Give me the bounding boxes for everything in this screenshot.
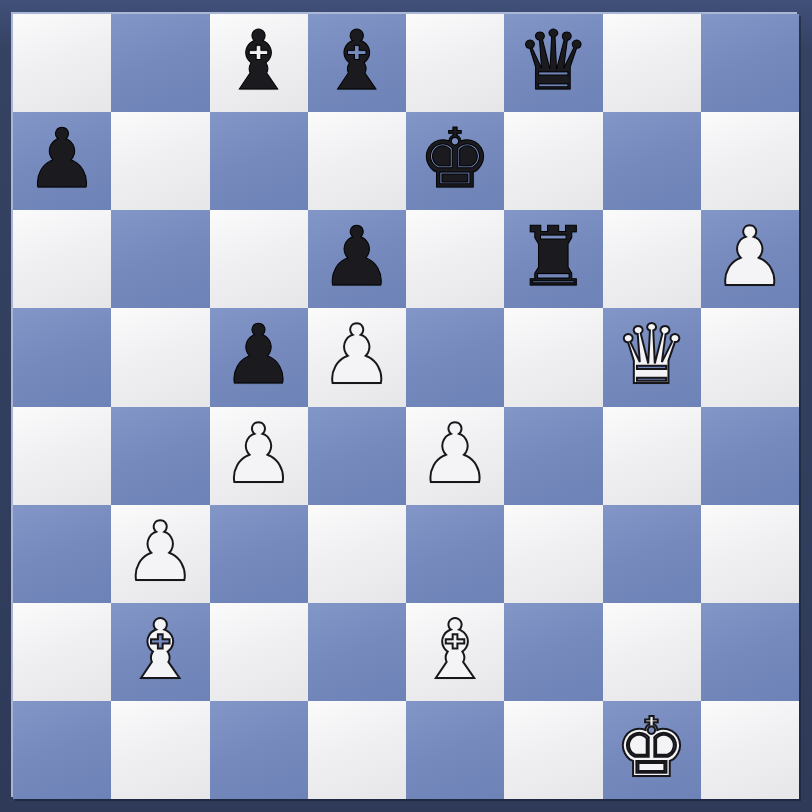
square-g1[interactable]: ♚: [603, 701, 701, 799]
black-pawn[interactable]: ♟: [25, 118, 99, 200]
square-a7[interactable]: ♟: [13, 112, 111, 210]
square-h3[interactable]: [701, 505, 799, 603]
square-d6[interactable]: ♟: [308, 210, 406, 308]
square-e7[interactable]: ♚: [406, 112, 504, 210]
square-f7[interactable]: [504, 112, 602, 210]
square-b6[interactable]: [111, 210, 209, 308]
square-d4[interactable]: [308, 407, 406, 505]
white-bishop[interactable]: ♝: [124, 609, 198, 691]
black-king[interactable]: ♚: [418, 118, 492, 200]
square-a6[interactable]: [13, 210, 111, 308]
square-g8[interactable]: [603, 14, 701, 112]
square-e4[interactable]: ♟: [406, 407, 504, 505]
white-bishop[interactable]: ♝: [418, 609, 492, 691]
black-bishop[interactable]: ♝: [320, 20, 394, 102]
square-a3[interactable]: [13, 505, 111, 603]
square-e6[interactable]: [406, 210, 504, 308]
square-a2[interactable]: [13, 603, 111, 701]
square-c2[interactable]: [210, 603, 308, 701]
square-e8[interactable]: [406, 14, 504, 112]
square-c8[interactable]: ♝: [210, 14, 308, 112]
square-h5[interactable]: [701, 308, 799, 406]
square-a8[interactable]: [13, 14, 111, 112]
square-b5[interactable]: [111, 308, 209, 406]
black-pawn[interactable]: ♟: [222, 314, 296, 396]
square-d1[interactable]: [308, 701, 406, 799]
white-king[interactable]: ♚: [615, 707, 689, 789]
square-g2[interactable]: [603, 603, 701, 701]
square-d7[interactable]: [308, 112, 406, 210]
white-queen[interactable]: ♛: [615, 314, 689, 396]
square-f1[interactable]: [504, 701, 602, 799]
board-frame: ♝♝♛♟♚♟♜♟♟♟♛♟♟♟♝♝♚: [0, 0, 812, 812]
square-h8[interactable]: [701, 14, 799, 112]
square-g5[interactable]: ♛: [603, 308, 701, 406]
square-b2[interactable]: ♝: [111, 603, 209, 701]
black-bishop[interactable]: ♝: [222, 20, 296, 102]
square-g6[interactable]: [603, 210, 701, 308]
square-g3[interactable]: [603, 505, 701, 603]
square-b3[interactable]: ♟: [111, 505, 209, 603]
square-d8[interactable]: ♝: [308, 14, 406, 112]
white-pawn[interactable]: ♟: [320, 314, 394, 396]
square-h7[interactable]: [701, 112, 799, 210]
square-h4[interactable]: [701, 407, 799, 505]
square-c4[interactable]: ♟: [210, 407, 308, 505]
square-b8[interactable]: [111, 14, 209, 112]
square-c5[interactable]: ♟: [210, 308, 308, 406]
square-b4[interactable]: [111, 407, 209, 505]
square-a5[interactable]: [13, 308, 111, 406]
square-e5[interactable]: [406, 308, 504, 406]
square-a4[interactable]: [13, 407, 111, 505]
square-e1[interactable]: [406, 701, 504, 799]
square-b7[interactable]: [111, 112, 209, 210]
black-queen[interactable]: ♛: [517, 20, 591, 102]
square-d5[interactable]: ♟: [308, 308, 406, 406]
square-f8[interactable]: ♛: [504, 14, 602, 112]
square-h2[interactable]: [701, 603, 799, 701]
white-pawn[interactable]: ♟: [713, 216, 787, 298]
square-a1[interactable]: [13, 701, 111, 799]
square-d2[interactable]: [308, 603, 406, 701]
square-c1[interactable]: [210, 701, 308, 799]
square-h1[interactable]: [701, 701, 799, 799]
square-f2[interactable]: [504, 603, 602, 701]
square-e2[interactable]: ♝: [406, 603, 504, 701]
square-f4[interactable]: [504, 407, 602, 505]
square-g4[interactable]: [603, 407, 701, 505]
square-h6[interactable]: ♟: [701, 210, 799, 308]
square-f6[interactable]: ♜: [504, 210, 602, 308]
square-c3[interactable]: [210, 505, 308, 603]
square-e3[interactable]: [406, 505, 504, 603]
square-c6[interactable]: [210, 210, 308, 308]
square-f5[interactable]: [504, 308, 602, 406]
white-pawn[interactable]: ♟: [222, 413, 296, 495]
chess-board: ♝♝♛♟♚♟♜♟♟♟♛♟♟♟♝♝♚: [13, 14, 799, 799]
white-pawn[interactable]: ♟: [418, 413, 492, 495]
black-pawn[interactable]: ♟: [320, 216, 394, 298]
square-d3[interactable]: [308, 505, 406, 603]
square-c7[interactable]: [210, 112, 308, 210]
black-rook[interactable]: ♜: [517, 216, 591, 298]
square-f3[interactable]: [504, 505, 602, 603]
white-pawn[interactable]: ♟: [124, 511, 198, 593]
square-g7[interactable]: [603, 112, 701, 210]
square-b1[interactable]: [111, 701, 209, 799]
